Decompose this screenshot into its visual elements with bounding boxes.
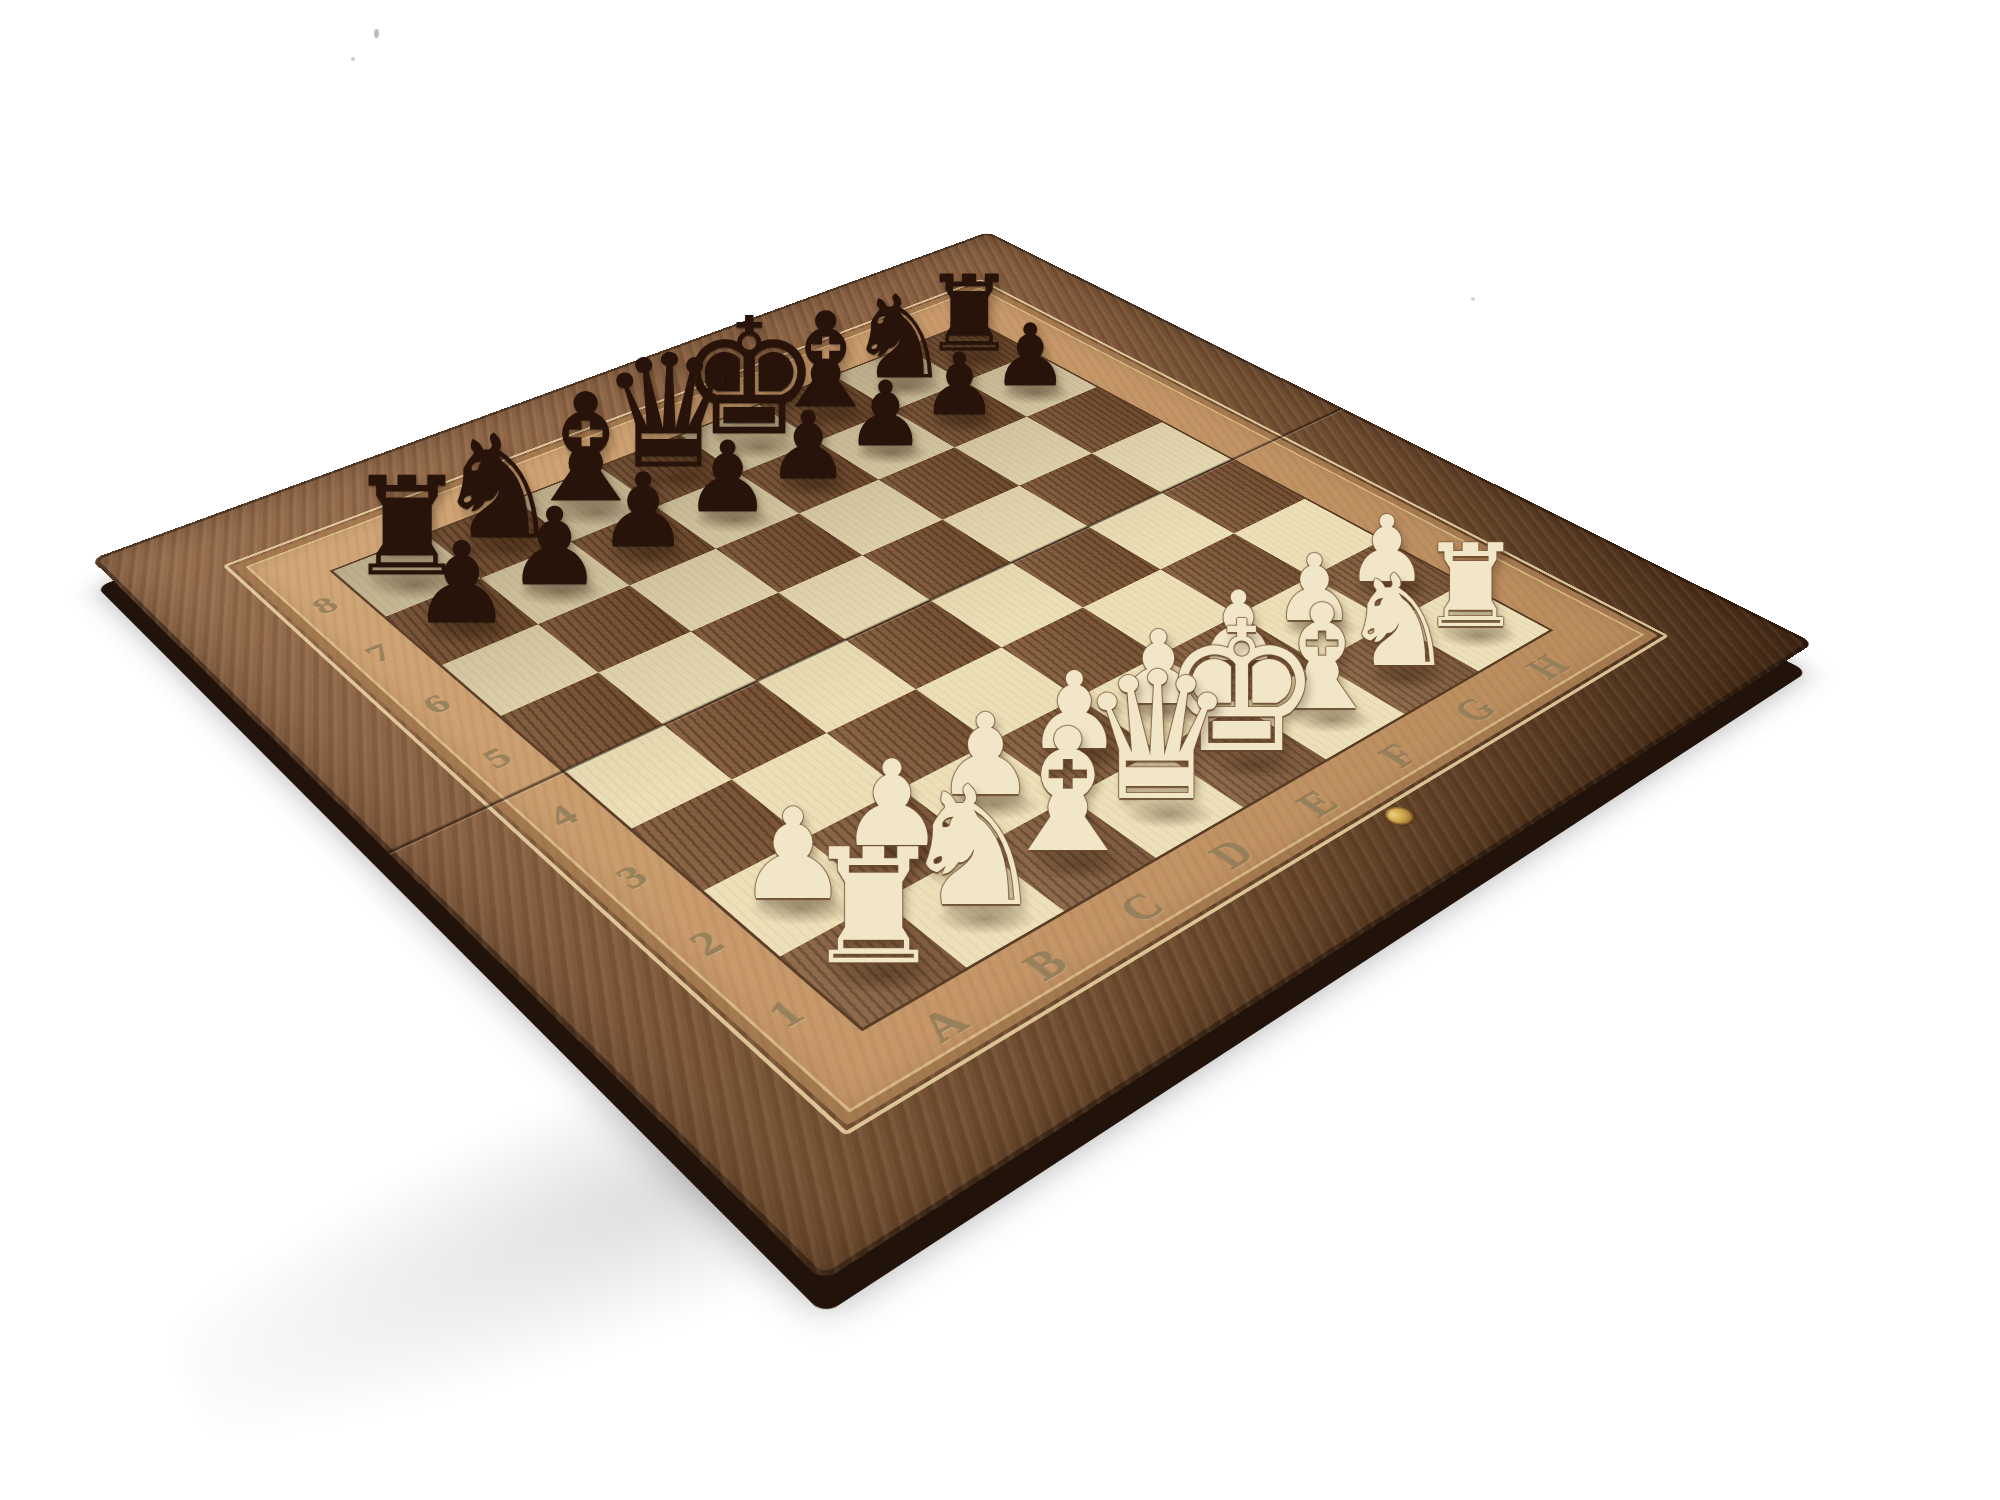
- photo-background: { "game": "chess", "position": "rnbqkbnr…: [0, 0, 2000, 1500]
- dust-speck-1: [374, 29, 379, 38]
- dust-speck-3: [1471, 297, 1475, 301]
- dust-speck-2: [351, 57, 355, 61]
- chess-board: ABCDEFGH12345678: [91, 232, 1814, 1282]
- play-area: [329, 320, 1553, 1032]
